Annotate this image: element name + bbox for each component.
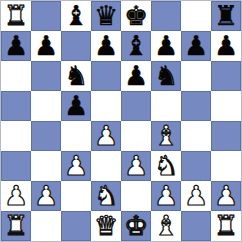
piece-white-pawn[interactable]: ♟ [64,152,88,179]
square-b4[interactable] [31,121,61,151]
piece-black-knight[interactable]: ♞ [64,62,88,89]
square-f1[interactable]: ♝ [151,211,181,241]
square-f7[interactable]: ♟ [151,31,181,61]
piece-black-king[interactable]: ♚ [124,2,148,29]
piece-black-pawn[interactable]: ♟ [124,62,148,89]
square-e6[interactable]: ♟ [121,61,151,91]
square-d3[interactable] [91,151,121,181]
square-h1[interactable]: ♜ [211,211,241,241]
square-d4[interactable]: ♟ [91,121,121,151]
square-f4[interactable]: ♝ [151,121,181,151]
square-h6[interactable] [211,61,241,91]
square-c4[interactable] [61,121,91,151]
piece-white-pawn[interactable]: ♟ [4,182,28,209]
square-f2[interactable]: ♟ [151,181,181,211]
square-f6[interactable]: ♞ [151,61,181,91]
square-e5[interactable] [121,91,151,121]
square-g2[interactable]: ♟ [181,181,211,211]
square-f3[interactable]: ♞ [151,151,181,181]
square-f5[interactable] [151,91,181,121]
square-c5[interactable]: ♟ [61,91,91,121]
square-a5[interactable] [1,91,31,121]
piece-black-bishop[interactable]: ♝ [124,32,148,59]
piece-white-pawn[interactable]: ♟ [94,122,118,149]
square-b7[interactable]: ♟ [31,31,61,61]
square-a1[interactable]: ♜ [1,211,31,241]
piece-white-bishop[interactable]: ♝ [154,122,178,149]
square-b1[interactable] [31,211,61,241]
square-e8[interactable]: ♚ [121,1,151,31]
square-e3[interactable]: ♟ [121,151,151,181]
square-b6[interactable] [31,61,61,91]
piece-white-rook[interactable]: ♜ [4,212,28,239]
square-c6[interactable]: ♞ [61,61,91,91]
square-g3[interactable] [181,151,211,181]
piece-black-knight[interactable]: ♞ [154,62,178,89]
square-g1[interactable] [181,211,211,241]
square-a2[interactable]: ♟ [1,181,31,211]
piece-white-rook[interactable]: ♜ [4,2,28,29]
square-h4[interactable] [211,121,241,151]
piece-white-bishop[interactable]: ♝ [154,212,178,239]
piece-black-queen[interactable]: ♛ [94,2,118,29]
square-b8[interactable] [31,1,61,31]
square-d2[interactable]: ♞ [91,181,121,211]
square-g5[interactable] [181,91,211,121]
square-d6[interactable] [91,61,121,91]
square-e7[interactable]: ♝ [121,31,151,61]
square-d1[interactable]: ♛ [91,211,121,241]
square-c8[interactable]: ♝ [61,1,91,31]
square-c1[interactable] [61,211,91,241]
square-h5[interactable] [211,91,241,121]
square-g6[interactable] [181,61,211,91]
square-h2[interactable]: ♟ [211,181,241,211]
piece-white-pawn[interactable]: ♟ [184,182,208,209]
square-b3[interactable] [31,151,61,181]
piece-black-pawn[interactable]: ♟ [184,32,208,59]
piece-white-knight[interactable]: ♞ [154,152,178,179]
square-d8[interactable]: ♛ [91,1,121,31]
square-f8[interactable] [151,1,181,31]
square-b2[interactable]: ♟ [31,181,61,211]
square-e2[interactable] [121,181,151,211]
square-g7[interactable]: ♟ [181,31,211,61]
square-a8[interactable]: ♜ [1,1,31,31]
piece-white-pawn[interactable]: ♟ [34,182,58,209]
square-e4[interactable] [121,121,151,151]
square-h7[interactable]: ♟ [211,31,241,61]
piece-white-pawn[interactable]: ♟ [214,182,238,209]
piece-white-king[interactable]: ♚ [124,212,148,239]
square-g4[interactable] [181,121,211,151]
square-c2[interactable] [61,181,91,211]
piece-black-pawn[interactable]: ♟ [154,32,178,59]
square-c7[interactable] [61,31,91,61]
square-d5[interactable] [91,91,121,121]
square-c3[interactable]: ♟ [61,151,91,181]
piece-black-pawn[interactable]: ♟ [64,92,88,119]
piece-black-pawn[interactable]: ♟ [4,32,28,59]
square-a4[interactable] [1,121,31,151]
chess-board: ♜♝♛♚♜♟♟♟♝♟♟♟♞♟♞♟♟♝♟♟♞♟♟♞♟♟♟♜♛♚♝♜ [0,0,242,242]
piece-black-pawn[interactable]: ♟ [214,32,238,59]
piece-black-pawn[interactable]: ♟ [94,32,118,59]
square-h3[interactable] [211,151,241,181]
piece-black-pawn[interactable]: ♟ [34,32,58,59]
square-e1[interactable]: ♚ [121,211,151,241]
square-a7[interactable]: ♟ [1,31,31,61]
piece-black-bishop[interactable]: ♝ [64,2,88,29]
piece-white-pawn[interactable]: ♟ [154,182,178,209]
piece-white-rook[interactable]: ♜ [214,212,238,239]
piece-white-queen[interactable]: ♛ [94,212,118,239]
square-g8[interactable] [181,1,211,31]
piece-black-rook[interactable]: ♜ [214,2,238,29]
square-b5[interactable] [31,91,61,121]
piece-white-knight[interactable]: ♞ [94,182,118,209]
square-a6[interactable] [1,61,31,91]
square-a3[interactable] [1,151,31,181]
piece-white-pawn[interactable]: ♟ [124,152,148,179]
square-h8[interactable]: ♜ [211,1,241,31]
square-d7[interactable]: ♟ [91,31,121,61]
